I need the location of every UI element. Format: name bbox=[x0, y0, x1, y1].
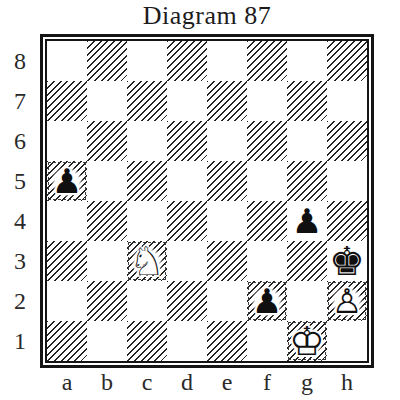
square-f6 bbox=[247, 121, 287, 161]
square-g3 bbox=[287, 241, 327, 281]
black-pawn-a5: ♟ bbox=[52, 162, 82, 200]
square-h1 bbox=[327, 321, 367, 361]
square-b2 bbox=[87, 281, 127, 321]
square-c1 bbox=[127, 321, 167, 361]
square-b1 bbox=[87, 321, 127, 361]
square-h4 bbox=[327, 201, 367, 241]
square-e1 bbox=[207, 321, 247, 361]
square-d2 bbox=[167, 281, 207, 321]
square-a2 bbox=[47, 281, 87, 321]
square-f5 bbox=[247, 161, 287, 201]
square-d1 bbox=[167, 321, 207, 361]
square-a3 bbox=[47, 241, 87, 281]
square-g6 bbox=[287, 121, 327, 161]
square-h6 bbox=[327, 121, 367, 161]
rank-label-6: 6 bbox=[8, 121, 32, 161]
square-g8 bbox=[287, 41, 327, 81]
file-label-c: c bbox=[127, 369, 167, 397]
rank-label-1: 1 bbox=[8, 321, 32, 361]
file-label-f: f bbox=[247, 369, 287, 397]
square-a1 bbox=[47, 321, 87, 361]
square-b6 bbox=[87, 121, 127, 161]
rank-label-3: 3 bbox=[8, 241, 32, 281]
square-d3 bbox=[167, 241, 207, 281]
square-e4 bbox=[207, 201, 247, 241]
white-pawn-h2: ♙ bbox=[332, 282, 362, 320]
square-e7 bbox=[207, 81, 247, 121]
square-c7 bbox=[127, 81, 167, 121]
square-f4 bbox=[247, 201, 287, 241]
square-c6 bbox=[127, 121, 167, 161]
square-e3 bbox=[207, 241, 247, 281]
square-b7 bbox=[87, 81, 127, 121]
square-c5 bbox=[127, 161, 167, 201]
square-b5 bbox=[87, 161, 127, 201]
file-labels: abcdefgh bbox=[47, 369, 367, 397]
square-g5 bbox=[287, 161, 327, 201]
square-f1 bbox=[247, 321, 287, 361]
square-a7 bbox=[47, 81, 87, 121]
square-g2 bbox=[287, 281, 327, 321]
file-label-a: a bbox=[47, 369, 87, 397]
rank-label-5: 5 bbox=[8, 161, 32, 201]
square-e5 bbox=[207, 161, 247, 201]
file-label-g: g bbox=[287, 369, 327, 397]
square-h7 bbox=[327, 81, 367, 121]
square-d4 bbox=[167, 201, 207, 241]
rank-label-8: 8 bbox=[8, 41, 32, 81]
white-knight-c3: ♘ bbox=[129, 241, 165, 281]
square-f3 bbox=[247, 241, 287, 281]
square-h8 bbox=[327, 41, 367, 81]
square-d5 bbox=[167, 161, 207, 201]
square-a8 bbox=[47, 41, 87, 81]
square-a6 bbox=[47, 121, 87, 161]
square-c8 bbox=[127, 41, 167, 81]
square-h5 bbox=[327, 161, 367, 201]
square-a4 bbox=[47, 201, 87, 241]
square-e8 bbox=[207, 41, 247, 81]
file-label-b: b bbox=[87, 369, 127, 397]
square-g4: ♟ bbox=[287, 201, 327, 241]
black-pawn-f2: ♟ bbox=[252, 282, 282, 320]
square-b8 bbox=[87, 41, 127, 81]
rank-label-2: 2 bbox=[8, 281, 32, 321]
white-king-g1: ♔ bbox=[289, 321, 325, 361]
square-c4 bbox=[127, 201, 167, 241]
square-c3: ♘ bbox=[127, 241, 167, 281]
square-f2: ♟ bbox=[247, 281, 287, 321]
square-d6 bbox=[167, 121, 207, 161]
file-label-e: e bbox=[207, 369, 247, 397]
square-d8 bbox=[167, 41, 207, 81]
square-e6 bbox=[207, 121, 247, 161]
square-f8 bbox=[247, 41, 287, 81]
square-d7 bbox=[167, 81, 207, 121]
file-label-h: h bbox=[327, 369, 367, 397]
square-h3: ♚ bbox=[327, 241, 367, 281]
square-b4 bbox=[87, 201, 127, 241]
file-label-d: d bbox=[167, 369, 207, 397]
black-pawn-g4: ♟ bbox=[292, 202, 322, 240]
rank-label-4: 4 bbox=[8, 201, 32, 241]
square-e2 bbox=[207, 281, 247, 321]
chess-board: ♟♟♘♚♟♙♔ bbox=[40, 34, 374, 368]
diagram-title: Diagram 87 bbox=[40, 1, 374, 31]
board-grid: ♟♟♘♚♟♙♔ bbox=[45, 39, 369, 363]
square-h2: ♙ bbox=[327, 281, 367, 321]
square-c2 bbox=[127, 281, 167, 321]
square-f7 bbox=[247, 81, 287, 121]
square-a5: ♟ bbox=[47, 161, 87, 201]
square-g7 bbox=[287, 81, 327, 121]
page: { "title": "Diagram 87", "game": "chess"… bbox=[0, 0, 400, 400]
rank-labels: 87654321 bbox=[8, 41, 32, 361]
rank-label-7: 7 bbox=[8, 81, 32, 121]
square-g1: ♔ bbox=[287, 321, 327, 361]
square-b3 bbox=[87, 241, 127, 281]
black-king-h3: ♚ bbox=[329, 241, 365, 281]
